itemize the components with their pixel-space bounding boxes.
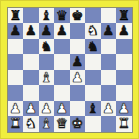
black-rook[interactable]: ♜ [118,8,130,24]
white-pawn[interactable]: ♟ [9,101,21,117]
square-g1[interactable] [101,116,117,132]
square-a1[interactable]: ♜ [8,116,24,132]
square-f3[interactable] [85,85,101,101]
square-c1[interactable]: ♝ [39,116,55,132]
square-d7[interactable]: ♟ [54,23,70,39]
square-a3[interactable] [8,85,24,101]
white-knight[interactable]: ♞ [25,116,37,132]
square-a4[interactable] [8,70,24,86]
square-b1[interactable]: ♞ [23,116,39,132]
square-f2[interactable]: ♝ [85,101,101,117]
square-e1[interactable]: ♚ [70,116,86,132]
square-h3[interactable] [116,85,132,101]
square-a7[interactable]: ♟ [8,23,24,39]
square-g5[interactable] [101,54,117,70]
square-f8[interactable] [85,8,101,24]
square-b3[interactable] [23,85,39,101]
square-e5[interactable]: ♟ [70,54,86,70]
square-h6[interactable] [116,39,132,55]
black-pawn[interactable]: ♟ [25,23,37,39]
square-a2[interactable]: ♟ [8,101,24,117]
square-d3[interactable] [54,85,70,101]
square-h2[interactable]: ♟ [116,101,132,117]
square-h1[interactable]: ♜ [116,116,132,132]
white-rook[interactable]: ♜ [9,116,21,132]
white-pawn[interactable]: ♟ [102,101,114,117]
square-h7[interactable]: ♟ [116,23,132,39]
square-d2[interactable]: ♟ [54,101,70,117]
square-d1[interactable]: ♛ [54,116,70,132]
square-c2[interactable]: ♟ [39,101,55,117]
square-d6[interactable] [54,39,70,55]
board-frame: ♜♝♛♚♜♟♟♟♟♞♟♟♞♞♟♝♟♟♟♟♟♝♟♟♜♞♝♛♚♜ [0,0,139,139]
square-c6[interactable]: ♞ [39,39,55,55]
white-pawn[interactable]: ♟ [25,101,37,117]
black-bishop[interactable]: ♝ [87,101,99,117]
white-queen[interactable]: ♛ [56,116,68,132]
black-pawn[interactable]: ♟ [71,54,83,70]
square-f5[interactable] [85,54,101,70]
white-knight[interactable]: ♞ [87,23,99,39]
white-pawn[interactable]: ♟ [40,101,52,117]
square-b2[interactable]: ♟ [23,101,39,117]
square-h5[interactable] [116,54,132,70]
square-h4[interactable] [116,70,132,86]
square-c5[interactable] [39,54,55,70]
black-pawn[interactable]: ♟ [9,23,21,39]
white-pawn[interactable]: ♟ [118,101,130,117]
black-pawn[interactable]: ♟ [56,23,68,39]
square-g6[interactable] [101,39,117,55]
square-c4[interactable]: ♝ [39,70,55,86]
square-e4[interactable]: ♟ [70,70,86,86]
black-knight[interactable]: ♞ [87,39,99,55]
square-h8[interactable]: ♜ [116,8,132,24]
square-c3[interactable] [39,85,55,101]
white-rook[interactable]: ♜ [118,116,130,132]
white-pawn[interactable]: ♟ [71,70,83,86]
square-e8[interactable]: ♚ [70,8,86,24]
square-e7[interactable] [70,23,86,39]
square-c7[interactable]: ♟ [39,23,55,39]
square-b5[interactable] [23,54,39,70]
square-b4[interactable] [23,70,39,86]
black-pawn[interactable]: ♟ [118,23,130,39]
square-d8[interactable]: ♛ [54,8,70,24]
square-g3[interactable] [101,85,117,101]
white-bishop[interactable]: ♝ [40,70,52,86]
black-bishop[interactable]: ♝ [40,8,52,24]
square-f4[interactable] [85,70,101,86]
square-g7[interactable]: ♟ [101,23,117,39]
square-d4[interactable] [54,70,70,86]
white-bishop[interactable]: ♝ [40,116,52,132]
square-g4[interactable] [101,70,117,86]
square-a6[interactable] [8,39,24,55]
square-d5[interactable] [54,54,70,70]
black-king[interactable]: ♚ [71,8,83,24]
square-b6[interactable] [23,39,39,55]
square-g8[interactable] [101,8,117,24]
square-c8[interactable]: ♝ [39,8,55,24]
square-e3[interactable] [70,85,86,101]
square-b7[interactable]: ♟ [23,23,39,39]
black-queen[interactable]: ♛ [56,8,68,24]
black-pawn[interactable]: ♟ [102,23,114,39]
square-e2[interactable] [70,101,86,117]
black-knight[interactable]: ♞ [40,39,52,55]
white-pawn[interactable]: ♟ [56,101,68,117]
square-f1[interactable] [85,116,101,132]
square-b8[interactable] [23,8,39,24]
black-pawn[interactable]: ♟ [40,23,52,39]
white-king[interactable]: ♚ [71,116,83,132]
chess-board: ♜♝♛♚♜♟♟♟♟♞♟♟♞♞♟♝♟♟♟♟♟♝♟♟♜♞♝♛♚♜ [7,7,133,133]
black-rook[interactable]: ♜ [9,8,21,24]
square-a5[interactable] [8,54,24,70]
square-e6[interactable] [70,39,86,55]
square-f7[interactable]: ♞ [85,23,101,39]
square-a8[interactable]: ♜ [8,8,24,24]
square-f6[interactable]: ♞ [85,39,101,55]
square-g2[interactable]: ♟ [101,101,117,117]
